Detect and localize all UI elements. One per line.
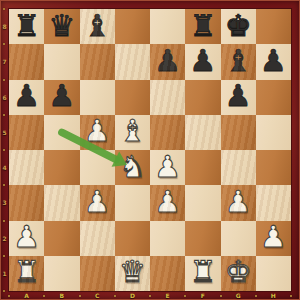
square-b4[interactable] <box>44 150 79 185</box>
white-knight-d4[interactable]: ♞ <box>119 152 146 182</box>
square-h7[interactable]: ♟ <box>256 44 291 79</box>
frame-nail <box>8 295 10 297</box>
square-e4[interactable]: ♟ <box>150 150 185 185</box>
white-queen-d1[interactable]: ♛ <box>119 257 146 287</box>
chess-board[interactable]: ♜♛♝♜♚♟♟♝♟♟♟♟♟♝♞♟♟♟♟♟♟♜♛♜♚ <box>9 9 291 291</box>
file-label-c: C <box>80 291 115 300</box>
frame-nail <box>3 290 5 292</box>
white-pawn-e4[interactable]: ♟ <box>154 152 181 182</box>
file-label-g: G <box>221 291 256 300</box>
square-e2[interactable] <box>150 221 185 256</box>
square-c6[interactable] <box>80 80 115 115</box>
black-pawn-a6[interactable]: ♟ <box>13 81 40 111</box>
square-h5[interactable] <box>256 115 291 150</box>
file-label-d: D <box>115 291 150 300</box>
square-e1[interactable] <box>150 256 185 291</box>
black-rook-f8[interactable]: ♜ <box>189 11 216 41</box>
square-d3[interactable] <box>115 185 150 220</box>
square-c1[interactable] <box>80 256 115 291</box>
file-label-h: H <box>256 291 291 300</box>
square-a1[interactable]: ♜ <box>9 256 44 291</box>
square-a7[interactable] <box>9 44 44 79</box>
file-label-a: A <box>9 291 44 300</box>
square-f8[interactable]: ♜ <box>185 9 220 44</box>
square-a6[interactable]: ♟ <box>9 80 44 115</box>
square-f2[interactable] <box>185 221 220 256</box>
square-c2[interactable] <box>80 221 115 256</box>
black-pawn-g6[interactable]: ♟ <box>225 81 252 111</box>
rank-label-1: 1 <box>0 256 9 291</box>
frame-nail <box>114 295 116 297</box>
rank-label-4: 4 <box>0 150 9 185</box>
white-rook-f1[interactable]: ♜ <box>189 257 216 287</box>
rank-label-2: 2 <box>0 221 9 256</box>
square-h8[interactable] <box>256 9 291 44</box>
file-label-b: B <box>44 291 79 300</box>
square-a4[interactable] <box>9 150 44 185</box>
square-e6[interactable] <box>150 80 185 115</box>
square-f1[interactable]: ♜ <box>185 256 220 291</box>
frame-nail <box>3 79 5 81</box>
square-b2[interactable] <box>44 221 79 256</box>
black-pawn-b6[interactable]: ♟ <box>48 81 75 111</box>
square-b7[interactable] <box>44 44 79 79</box>
square-b6[interactable]: ♟ <box>44 80 79 115</box>
square-f3[interactable] <box>185 185 220 220</box>
frame-nail <box>79 295 81 297</box>
frame-nail <box>3 114 5 116</box>
square-c7[interactable] <box>80 44 115 79</box>
square-d4[interactable]: ♞ <box>115 150 150 185</box>
frame-nail <box>255 295 257 297</box>
square-b1[interactable] <box>44 256 79 291</box>
frame-nail <box>220 295 222 297</box>
square-e7[interactable]: ♟ <box>150 44 185 79</box>
black-pawn-h7[interactable]: ♟ <box>260 46 287 76</box>
white-pawn-e3[interactable]: ♟ <box>154 187 181 217</box>
square-a2[interactable]: ♟ <box>9 221 44 256</box>
rank-label-7: 7 <box>0 44 9 79</box>
square-h1[interactable] <box>256 256 291 291</box>
frame-nail <box>3 149 5 151</box>
square-a3[interactable] <box>9 185 44 220</box>
white-pawn-c3[interactable]: ♟ <box>84 187 111 217</box>
file-label-e: E <box>150 291 185 300</box>
square-a8[interactable]: ♜ <box>9 9 44 44</box>
frame-nail <box>3 255 5 257</box>
square-f6[interactable] <box>185 80 220 115</box>
square-d5[interactable]: ♝ <box>115 115 150 150</box>
square-g4[interactable] <box>221 150 256 185</box>
frame-nail <box>184 295 186 297</box>
square-g8[interactable]: ♚ <box>221 9 256 44</box>
file-label-f: F <box>185 291 220 300</box>
square-g6[interactable]: ♟ <box>221 80 256 115</box>
square-d6[interactable] <box>115 80 150 115</box>
frame-nail <box>43 295 45 297</box>
square-b5[interactable] <box>44 115 79 150</box>
square-c4[interactable] <box>80 150 115 185</box>
frame-nail <box>149 295 151 297</box>
square-d2[interactable] <box>115 221 150 256</box>
square-d8[interactable] <box>115 9 150 44</box>
square-g1[interactable]: ♚ <box>221 256 256 291</box>
white-pawn-a2[interactable]: ♟ <box>13 222 40 252</box>
square-a5[interactable] <box>9 115 44 150</box>
square-f7[interactable]: ♟ <box>185 44 220 79</box>
square-h6[interactable] <box>256 80 291 115</box>
black-pawn-f7[interactable]: ♟ <box>189 46 216 76</box>
white-king-g1[interactable]: ♚ <box>225 257 252 287</box>
black-queen-b8[interactable]: ♛ <box>48 11 75 41</box>
square-g7[interactable]: ♝ <box>221 44 256 79</box>
square-c8[interactable]: ♝ <box>80 9 115 44</box>
frame-nail <box>290 295 292 297</box>
square-g3[interactable]: ♟ <box>221 185 256 220</box>
black-rook-a8[interactable]: ♜ <box>13 11 40 41</box>
rank-label-3: 3 <box>0 185 9 220</box>
white-pawn-h2[interactable]: ♟ <box>260 222 287 252</box>
rank-label-8: 8 <box>0 9 9 44</box>
square-f5[interactable] <box>185 115 220 150</box>
frame-nail <box>3 220 5 222</box>
square-c5[interactable]: ♟ <box>80 115 115 150</box>
white-pawn-g3[interactable]: ♟ <box>225 187 252 217</box>
black-bishop-g7[interactable]: ♝ <box>225 46 252 76</box>
frame-nail <box>3 8 5 10</box>
square-b8[interactable]: ♛ <box>44 9 79 44</box>
square-e5[interactable] <box>150 115 185 150</box>
square-b3[interactable] <box>44 185 79 220</box>
rank-label-6: 6 <box>0 80 9 115</box>
square-f4[interactable] <box>185 150 220 185</box>
rank-label-5: 5 <box>0 115 9 150</box>
square-h2[interactable]: ♟ <box>256 221 291 256</box>
white-rook-a1[interactable]: ♜ <box>13 257 40 287</box>
black-bishop-c8[interactable]: ♝ <box>84 11 111 41</box>
square-d7[interactable] <box>115 44 150 79</box>
chess-app: ♜♛♝♜♚♟♟♝♟♟♟♟♟♝♞♟♟♟♟♟♟♜♛♜♚ 87654321ABCDEF… <box>0 0 300 300</box>
square-h4[interactable] <box>256 150 291 185</box>
square-g2[interactable] <box>221 221 256 256</box>
square-e8[interactable] <box>150 9 185 44</box>
square-c3[interactable]: ♟ <box>80 185 115 220</box>
square-g5[interactable] <box>221 115 256 150</box>
square-e3[interactable]: ♟ <box>150 185 185 220</box>
white-pawn-c5[interactable]: ♟ <box>84 116 111 146</box>
black-king-g8[interactable]: ♚ <box>225 11 252 41</box>
square-h3[interactable] <box>256 185 291 220</box>
white-bishop-d5[interactable]: ♝ <box>119 116 146 146</box>
black-pawn-e7[interactable]: ♟ <box>154 46 181 76</box>
square-d1[interactable]: ♛ <box>115 256 150 291</box>
